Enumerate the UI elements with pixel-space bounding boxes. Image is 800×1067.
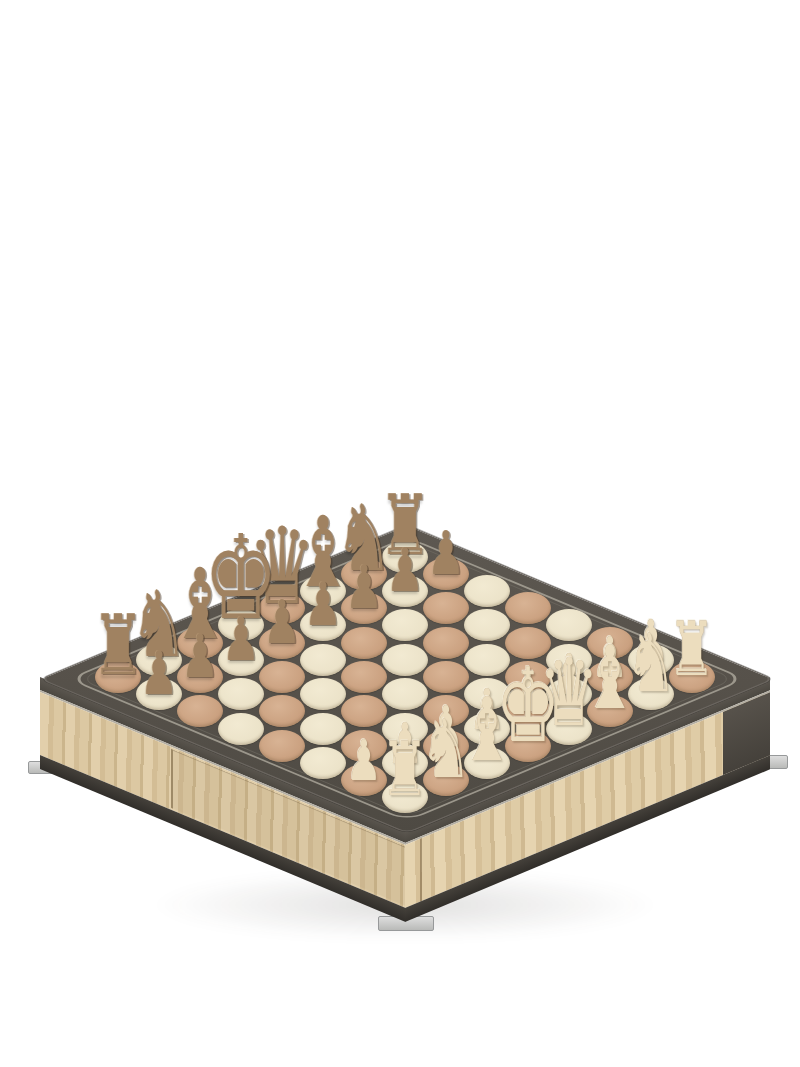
board-square-a5[interactable] [505,592,551,624]
black-pawn-icon: ♟ [386,542,424,599]
drawer-seam [420,838,422,902]
black-pawn-icon: ♟ [222,611,260,668]
board-square-f5[interactable] [300,678,346,710]
board-square-e5[interactable] [341,661,387,693]
black-pawn-icon: ♟ [140,645,178,702]
product-photo-chess-set: ♜♞♝♛♚♝♞♜♟♟♟♟♟♟♟♟♟♟♟♟♟♟♟♟♜♞♝♛♚♝♞♜ [0,0,800,1067]
board-square-h5[interactable] [218,713,264,745]
piece-white-rook-h1[interactable]: ♜ [373,738,438,806]
black-pawn-icon: ♟ [263,594,301,651]
board-square-d5[interactable] [382,644,428,676]
board-square-h4[interactable] [259,730,305,762]
black-pawn-icon: ♟ [427,525,465,582]
black-pawn-icon: ♟ [345,559,383,616]
board-square-c5[interactable] [423,627,469,659]
piece-black-pawn-h7[interactable]: ♟ [133,648,185,703]
black-pawn-icon: ♟ [181,628,219,685]
white-rook-icon: ♜ [381,735,429,805]
black-pawn-icon: ♟ [304,577,342,634]
